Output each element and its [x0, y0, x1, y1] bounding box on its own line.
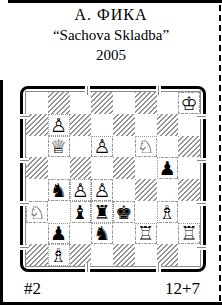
square-b2[interactable]: ♟ [48, 223, 70, 245]
square-f5[interactable] [135, 157, 157, 179]
square-f7[interactable] [135, 114, 157, 136]
white-pawn-piece: ♙ [49, 115, 69, 135]
square-b8[interactable] [48, 92, 70, 114]
square-c8[interactable] [70, 92, 92, 114]
square-e3[interactable]: ♚ [113, 201, 135, 223]
square-c4[interactable]: ♙ [70, 179, 92, 201]
page-border-top [8, 0, 222, 3]
author-name: А. ФИКА [0, 4, 222, 25]
white-pawn-piece: ♙ [92, 136, 112, 156]
square-h2[interactable]: ♖ [178, 223, 200, 245]
square-h6[interactable] [178, 136, 200, 158]
square-b5[interactable] [48, 157, 70, 179]
white-pawn-piece: ♙ [92, 180, 112, 200]
square-a8[interactable] [26, 92, 48, 114]
square-b3[interactable] [48, 201, 70, 223]
frame-tick [156, 263, 161, 272]
square-a1[interactable] [26, 244, 48, 266]
page-border-left [0, 80, 3, 305]
square-a5[interactable] [26, 157, 48, 179]
square-g5[interactable]: ♟ [157, 157, 179, 179]
frame-tick [20, 201, 29, 206]
square-g6[interactable] [157, 136, 179, 158]
problem-header: А. ФИКА “Sachova Skladba” 2005 [0, 4, 222, 65]
frame-tick [197, 114, 206, 119]
frame-tick [197, 158, 206, 163]
black-bishop-piece: ♝ [70, 202, 90, 222]
square-d8[interactable] [91, 92, 113, 114]
square-b4[interactable]: ♞ [48, 179, 70, 201]
square-b7[interactable]: ♙ [48, 114, 70, 136]
white-king-piece: ♔ [179, 93, 199, 113]
square-d2[interactable]: ♞ [91, 223, 113, 245]
white-bishop-piece: ♗ [157, 202, 177, 222]
square-c6[interactable] [70, 136, 92, 158]
square-e4[interactable] [113, 179, 135, 201]
square-b1[interactable]: ♗ [48, 244, 70, 266]
white-knight-piece: ♘ [27, 202, 47, 222]
material-count-label: 12+7 [165, 279, 200, 299]
square-g4[interactable] [157, 179, 179, 201]
square-f3[interactable] [135, 201, 157, 223]
square-g2[interactable] [157, 223, 179, 245]
square-d1[interactable] [91, 244, 113, 266]
frame-tick [85, 263, 90, 272]
white-bishop-piece: ♗ [49, 245, 69, 265]
square-b6[interactable]: ♕ [48, 136, 70, 158]
black-rook-piece: ♜ [92, 202, 112, 222]
square-a4[interactable] [26, 179, 48, 201]
square-a2[interactable] [26, 223, 48, 245]
square-h8[interactable]: ♔ [178, 92, 200, 114]
black-knight-piece: ♞ [49, 180, 69, 200]
square-f6[interactable]: ♘ [135, 136, 157, 158]
white-rook-piece: ♖ [136, 223, 156, 243]
square-e5[interactable] [113, 157, 135, 179]
chess-board: ♔♙♕♙♘♟♞♙♙♘♝♜♚♗♟♞♖♖♗ [25, 91, 201, 267]
black-knight-piece: ♞ [92, 223, 112, 243]
chess-board-frame: ♔♙♕♙♘♟♞♙♙♘♝♜♚♗♟♞♖♖♗ [20, 86, 206, 272]
white-rook-piece: ♖ [179, 223, 199, 243]
square-c7[interactable] [70, 114, 92, 136]
frame-tick [197, 201, 206, 206]
square-f4[interactable] [135, 179, 157, 201]
black-pawn-piece: ♟ [157, 158, 177, 178]
white-knight-piece: ♘ [136, 136, 156, 156]
square-f8[interactable] [135, 92, 157, 114]
white-queen-piece: ♕ [49, 136, 69, 156]
square-e6[interactable] [113, 136, 135, 158]
black-pawn-piece: ♟ [49, 223, 69, 243]
square-g8[interactable] [157, 92, 179, 114]
chess-problem-card: А. ФИКА “Sachova Skladba” 2005 ♔♙♕♙♘♟♞♙♙… [0, 0, 222, 305]
square-a7[interactable] [26, 114, 48, 136]
square-d5[interactable] [91, 157, 113, 179]
square-f1[interactable] [135, 244, 157, 266]
frame-tick [156, 86, 161, 95]
square-c3[interactable]: ♝ [70, 201, 92, 223]
square-f2[interactable]: ♖ [135, 223, 157, 245]
source-title: “Sachova Skladba” [0, 25, 222, 45]
white-pawn-piece: ♙ [70, 180, 90, 200]
square-d7[interactable] [91, 114, 113, 136]
stipulation-label: #2 [24, 279, 41, 299]
square-e8[interactable] [113, 92, 135, 114]
square-d4[interactable]: ♙ [91, 179, 113, 201]
square-d3[interactable]: ♜ [91, 201, 113, 223]
square-e7[interactable] [113, 114, 135, 136]
square-c5[interactable] [70, 157, 92, 179]
frame-tick [197, 245, 206, 250]
black-king-piece: ♚ [114, 202, 134, 222]
square-h4[interactable] [178, 179, 200, 201]
frame-tick [85, 86, 90, 95]
year: 2005 [0, 45, 222, 65]
square-d6[interactable]: ♙ [91, 136, 113, 158]
square-g3[interactable]: ♗ [157, 201, 179, 223]
square-a3[interactable]: ♘ [26, 201, 48, 223]
frame-tick [20, 245, 29, 250]
square-c2[interactable] [70, 223, 92, 245]
frame-tick [20, 158, 29, 163]
square-e2[interactable] [113, 223, 135, 245]
square-a6[interactable] [26, 136, 48, 158]
square-e1[interactable] [113, 244, 135, 266]
square-g7[interactable] [157, 114, 179, 136]
frame-tick [20, 114, 29, 119]
